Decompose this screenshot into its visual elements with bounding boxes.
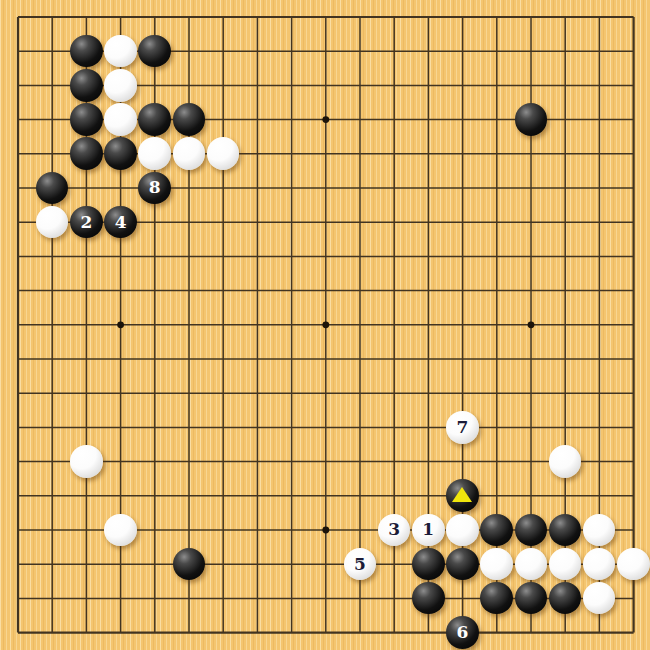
intersection[interactable] [343, 68, 377, 102]
intersection[interactable] [582, 581, 616, 615]
intersection[interactable] [103, 0, 137, 34]
intersection[interactable] [69, 581, 103, 615]
intersection[interactable] [206, 34, 240, 68]
intersection[interactable] [309, 171, 343, 205]
intersection[interactable] [480, 239, 514, 273]
intersection[interactable] [411, 308, 445, 342]
intersection[interactable] [480, 205, 514, 239]
intersection[interactable] [309, 547, 343, 581]
intersection[interactable] [103, 171, 137, 205]
intersection[interactable] [582, 410, 616, 444]
intersection[interactable] [582, 479, 616, 513]
intersection[interactable] [343, 410, 377, 444]
intersection[interactable] [138, 376, 172, 410]
intersection[interactable] [480, 308, 514, 342]
intersection[interactable] [377, 137, 411, 171]
intersection[interactable] [480, 68, 514, 102]
intersection[interactable] [445, 239, 479, 273]
intersection[interactable] [1, 68, 35, 102]
intersection[interactable] [480, 581, 514, 615]
intersection[interactable] [343, 34, 377, 68]
intersection[interactable] [172, 547, 206, 581]
intersection[interactable] [138, 239, 172, 273]
intersection[interactable] [274, 171, 308, 205]
intersection[interactable] [445, 513, 479, 547]
intersection[interactable] [445, 205, 479, 239]
intersection[interactable] [172, 68, 206, 102]
intersection[interactable] [35, 308, 69, 342]
intersection[interactable] [514, 410, 548, 444]
intersection[interactable] [377, 581, 411, 615]
intersection[interactable] [206, 410, 240, 444]
intersection[interactable] [548, 376, 582, 410]
intersection[interactable] [582, 34, 616, 68]
intersection[interactable] [514, 513, 548, 547]
intersection[interactable] [138, 581, 172, 615]
intersection[interactable] [480, 410, 514, 444]
intersection[interactable] [480, 615, 514, 649]
intersection[interactable] [309, 376, 343, 410]
intersection[interactable] [514, 0, 548, 34]
intersection[interactable] [377, 342, 411, 376]
intersection[interactable] [172, 308, 206, 342]
intersection[interactable] [616, 444, 650, 478]
intersection[interactable] [616, 0, 650, 34]
intersection[interactable] [206, 615, 240, 649]
intersection[interactable] [138, 34, 172, 68]
intersection[interactable] [103, 137, 137, 171]
intersection[interactable] [309, 410, 343, 444]
intersection[interactable] [377, 615, 411, 649]
intersection[interactable] [445, 273, 479, 307]
intersection[interactable] [548, 171, 582, 205]
intersection[interactable] [582, 0, 616, 34]
intersection[interactable] [445, 308, 479, 342]
intersection[interactable] [582, 273, 616, 307]
intersection[interactable] [240, 205, 274, 239]
intersection[interactable] [582, 342, 616, 376]
intersection[interactable] [411, 68, 445, 102]
intersection[interactable] [1, 410, 35, 444]
intersection[interactable] [514, 171, 548, 205]
intersection[interactable] [343, 102, 377, 136]
intersection[interactable] [103, 34, 137, 68]
intersection[interactable] [206, 479, 240, 513]
intersection[interactable] [35, 615, 69, 649]
intersection[interactable] [445, 444, 479, 478]
intersection[interactable] [514, 479, 548, 513]
intersection[interactable] [309, 205, 343, 239]
intersection[interactable] [206, 342, 240, 376]
intersection[interactable] [240, 171, 274, 205]
intersection[interactable] [582, 239, 616, 273]
intersection[interactable] [309, 513, 343, 547]
intersection[interactable] [411, 547, 445, 581]
intersection[interactable] [274, 308, 308, 342]
intersection[interactable] [377, 273, 411, 307]
intersection[interactable] [69, 308, 103, 342]
intersection[interactable] [69, 513, 103, 547]
intersection[interactable] [103, 581, 137, 615]
intersection[interactable] [35, 376, 69, 410]
intersection[interactable] [35, 205, 69, 239]
intersection[interactable] [582, 547, 616, 581]
intersection[interactable] [548, 479, 582, 513]
intersection[interactable] [582, 444, 616, 478]
intersection[interactable] [480, 137, 514, 171]
intersection[interactable] [377, 205, 411, 239]
intersection[interactable] [138, 410, 172, 444]
intersection[interactable] [343, 239, 377, 273]
intersection[interactable] [616, 102, 650, 136]
intersection[interactable] [172, 479, 206, 513]
intersection[interactable] [445, 68, 479, 102]
intersection[interactable] [480, 479, 514, 513]
intersection[interactable] [138, 102, 172, 136]
intersection[interactable] [206, 444, 240, 478]
intersection[interactable] [1, 547, 35, 581]
intersection[interactable] [343, 479, 377, 513]
intersection[interactable] [514, 444, 548, 478]
intersection[interactable] [445, 102, 479, 136]
intersection[interactable] [548, 34, 582, 68]
intersection[interactable] [274, 410, 308, 444]
intersection[interactable] [480, 102, 514, 136]
intersection[interactable] [514, 615, 548, 649]
intersection[interactable] [616, 239, 650, 273]
intersection[interactable] [206, 102, 240, 136]
intersection[interactable] [548, 273, 582, 307]
intersection[interactable] [274, 34, 308, 68]
intersection[interactable] [411, 102, 445, 136]
intersection[interactable] [206, 308, 240, 342]
intersection[interactable] [274, 137, 308, 171]
intersection[interactable] [377, 239, 411, 273]
intersection[interactable] [514, 68, 548, 102]
intersection[interactable] [616, 547, 650, 581]
intersection[interactable] [411, 410, 445, 444]
intersection[interactable] [343, 342, 377, 376]
intersection[interactable] [103, 615, 137, 649]
intersection[interactable] [172, 410, 206, 444]
intersection[interactable] [309, 102, 343, 136]
intersection[interactable] [616, 308, 650, 342]
intersection[interactable] [548, 444, 582, 478]
intersection[interactable] [172, 171, 206, 205]
intersection[interactable] [172, 239, 206, 273]
intersection[interactable] [35, 581, 69, 615]
intersection[interactable] [514, 581, 548, 615]
intersection[interactable] [69, 342, 103, 376]
intersection[interactable] [138, 137, 172, 171]
intersection[interactable] [103, 410, 137, 444]
intersection[interactable] [1, 376, 35, 410]
intersection[interactable] [206, 376, 240, 410]
intersection[interactable] [309, 273, 343, 307]
intersection[interactable] [172, 273, 206, 307]
intersection[interactable] [309, 615, 343, 649]
intersection[interactable] [274, 547, 308, 581]
intersection[interactable] [172, 0, 206, 34]
intersection[interactable] [582, 205, 616, 239]
intersection[interactable] [1, 102, 35, 136]
intersection[interactable] [240, 239, 274, 273]
intersection[interactable] [377, 444, 411, 478]
intersection[interactable] [274, 0, 308, 34]
intersection[interactable] [138, 205, 172, 239]
intersection[interactable] [411, 376, 445, 410]
intersection[interactable] [548, 239, 582, 273]
intersection[interactable] [274, 615, 308, 649]
intersection[interactable] [206, 239, 240, 273]
intersection[interactable] [343, 615, 377, 649]
intersection[interactable] [138, 444, 172, 478]
intersection[interactable] [616, 171, 650, 205]
intersection[interactable] [480, 342, 514, 376]
intersection[interactable] [548, 308, 582, 342]
intersection[interactable] [343, 171, 377, 205]
intersection[interactable] [240, 308, 274, 342]
intersection[interactable] [377, 34, 411, 68]
intersection[interactable]: 4 [103, 205, 137, 239]
intersection[interactable] [411, 0, 445, 34]
intersection[interactable] [206, 68, 240, 102]
intersection[interactable] [480, 547, 514, 581]
intersection[interactable] [69, 171, 103, 205]
intersection[interactable] [343, 308, 377, 342]
intersection[interactable] [514, 273, 548, 307]
intersection[interactable] [616, 205, 650, 239]
intersection[interactable] [309, 308, 343, 342]
intersection[interactable] [582, 68, 616, 102]
intersection[interactable] [480, 34, 514, 68]
intersection[interactable] [103, 273, 137, 307]
intersection[interactable] [616, 68, 650, 102]
intersection[interactable] [240, 102, 274, 136]
intersection[interactable] [35, 0, 69, 34]
intersection[interactable] [514, 205, 548, 239]
intersection[interactable] [548, 102, 582, 136]
intersection[interactable] [172, 376, 206, 410]
intersection[interactable] [103, 479, 137, 513]
intersection[interactable] [69, 444, 103, 478]
intersection[interactable] [35, 137, 69, 171]
intersection[interactable] [377, 376, 411, 410]
intersection[interactable] [309, 137, 343, 171]
intersection[interactable] [445, 581, 479, 615]
intersection[interactable]: 5 [343, 547, 377, 581]
intersection[interactable] [240, 444, 274, 478]
intersection[interactable] [480, 171, 514, 205]
intersection[interactable] [445, 0, 479, 34]
intersection[interactable] [309, 34, 343, 68]
intersection[interactable] [103, 513, 137, 547]
intersection[interactable] [582, 102, 616, 136]
intersection[interactable] [480, 0, 514, 34]
intersection[interactable] [206, 581, 240, 615]
intersection[interactable] [582, 513, 616, 547]
intersection[interactable] [138, 308, 172, 342]
intersection[interactable] [69, 479, 103, 513]
intersection[interactable] [103, 376, 137, 410]
intersection[interactable] [411, 239, 445, 273]
intersection[interactable] [240, 581, 274, 615]
intersection[interactable] [274, 581, 308, 615]
intersection[interactable] [274, 102, 308, 136]
intersection[interactable]: 1 [411, 513, 445, 547]
intersection[interactable] [35, 513, 69, 547]
intersection[interactable] [206, 547, 240, 581]
intersection[interactable] [445, 137, 479, 171]
intersection[interactable] [240, 547, 274, 581]
intersection[interactable] [274, 479, 308, 513]
intersection[interactable] [343, 376, 377, 410]
intersection[interactable] [1, 239, 35, 273]
intersection[interactable] [240, 137, 274, 171]
intersection[interactable] [138, 615, 172, 649]
intersection[interactable] [103, 444, 137, 478]
intersection[interactable] [103, 102, 137, 136]
intersection[interactable] [377, 410, 411, 444]
intersection[interactable] [309, 581, 343, 615]
intersection[interactable] [206, 205, 240, 239]
intersection[interactable] [343, 581, 377, 615]
intersection[interactable] [514, 547, 548, 581]
intersection[interactable] [548, 205, 582, 239]
intersection[interactable] [1, 137, 35, 171]
intersection[interactable] [172, 444, 206, 478]
intersection[interactable] [103, 547, 137, 581]
intersection[interactable] [69, 547, 103, 581]
intersection[interactable] [138, 342, 172, 376]
intersection[interactable] [1, 171, 35, 205]
intersection[interactable] [548, 615, 582, 649]
intersection[interactable] [172, 34, 206, 68]
intersection[interactable] [480, 444, 514, 478]
intersection[interactable] [445, 34, 479, 68]
intersection[interactable] [35, 102, 69, 136]
intersection[interactable] [35, 34, 69, 68]
intersection[interactable] [480, 513, 514, 547]
intersection[interactable] [411, 615, 445, 649]
intersection[interactable] [343, 137, 377, 171]
intersection[interactable] [274, 444, 308, 478]
intersection[interactable] [274, 239, 308, 273]
intersection[interactable] [411, 34, 445, 68]
intersection[interactable] [35, 410, 69, 444]
intersection[interactable] [309, 342, 343, 376]
intersection[interactable] [1, 444, 35, 478]
intersection[interactable] [582, 171, 616, 205]
intersection[interactable] [377, 479, 411, 513]
intersection[interactable] [514, 342, 548, 376]
intersection[interactable] [35, 171, 69, 205]
intersection[interactable] [172, 102, 206, 136]
intersection[interactable] [172, 581, 206, 615]
intersection[interactable] [138, 513, 172, 547]
intersection[interactable] [582, 308, 616, 342]
intersection[interactable] [377, 0, 411, 34]
intersection[interactable] [240, 410, 274, 444]
intersection[interactable] [240, 68, 274, 102]
intersection[interactable] [1, 342, 35, 376]
intersection[interactable] [138, 273, 172, 307]
intersection[interactable] [206, 171, 240, 205]
intersection[interactable] [445, 479, 479, 513]
intersection[interactable] [377, 308, 411, 342]
intersection[interactable] [1, 308, 35, 342]
intersection[interactable] [616, 273, 650, 307]
intersection[interactable] [206, 0, 240, 34]
intersection[interactable]: 8 [138, 171, 172, 205]
intersection[interactable] [445, 342, 479, 376]
intersection[interactable] [274, 205, 308, 239]
intersection[interactable] [411, 444, 445, 478]
intersection[interactable] [343, 513, 377, 547]
intersection[interactable] [411, 342, 445, 376]
intersection[interactable] [548, 547, 582, 581]
intersection[interactable] [240, 513, 274, 547]
intersection[interactable] [274, 273, 308, 307]
intersection[interactable] [138, 68, 172, 102]
intersection[interactable] [240, 376, 274, 410]
intersection[interactable] [309, 239, 343, 273]
intersection[interactable] [582, 376, 616, 410]
intersection[interactable] [138, 0, 172, 34]
intersection[interactable] [548, 0, 582, 34]
intersection[interactable] [1, 513, 35, 547]
intersection[interactable] [240, 342, 274, 376]
intersection[interactable] [103, 239, 137, 273]
intersection[interactable] [172, 137, 206, 171]
intersection[interactable] [548, 410, 582, 444]
intersection[interactable] [35, 444, 69, 478]
intersection[interactable] [616, 615, 650, 649]
intersection[interactable]: 3 [377, 513, 411, 547]
intersection[interactable] [616, 342, 650, 376]
intersection[interactable] [616, 410, 650, 444]
intersection[interactable] [172, 513, 206, 547]
intersection[interactable] [206, 137, 240, 171]
intersection[interactable] [514, 34, 548, 68]
intersection[interactable] [240, 479, 274, 513]
intersection[interactable] [514, 137, 548, 171]
intersection[interactable] [1, 0, 35, 34]
intersection[interactable] [514, 308, 548, 342]
intersection[interactable] [514, 239, 548, 273]
intersection[interactable] [343, 0, 377, 34]
intersection[interactable] [69, 615, 103, 649]
intersection[interactable] [206, 513, 240, 547]
intersection[interactable] [103, 342, 137, 376]
intersection[interactable] [274, 376, 308, 410]
intersection[interactable] [240, 615, 274, 649]
intersection[interactable] [69, 376, 103, 410]
intersection[interactable] [343, 205, 377, 239]
intersection[interactable] [548, 68, 582, 102]
intersection[interactable] [343, 273, 377, 307]
intersection[interactable] [69, 0, 103, 34]
intersection[interactable] [1, 615, 35, 649]
intersection[interactable] [240, 34, 274, 68]
intersection[interactable] [69, 410, 103, 444]
intersection[interactable] [172, 615, 206, 649]
intersection[interactable] [309, 0, 343, 34]
intersection[interactable] [138, 479, 172, 513]
intersection[interactable] [445, 376, 479, 410]
intersection[interactable] [616, 376, 650, 410]
intersection[interactable] [309, 444, 343, 478]
